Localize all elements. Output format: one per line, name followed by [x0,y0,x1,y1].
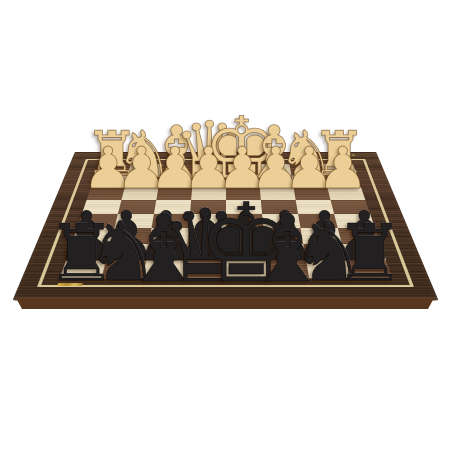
black-rook-f7[interactable]: ♜ [334,213,404,291]
chess-product-photo: ♜♞♝♛♚♝♞♜♟♟♟♟♟♟♟♟♟♟♟♟♟♟♟♟♜♞♝♛♚♝♞♜ [0,0,450,450]
pieces-layer: ♜♞♝♛♚♝♞♜♟♟♟♟♟♟♟♟♟♟♟♟♟♟♟♟♜♞♝♛♚♝♞♜ [0,0,450,450]
white-pawn-f7[interactable]: ♟ [317,140,369,198]
